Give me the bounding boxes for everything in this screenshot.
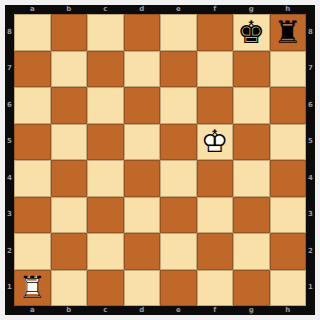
file-label: d xyxy=(124,306,161,315)
black-king-glyph: ♚ xyxy=(233,14,270,51)
square-e6[interactable] xyxy=(160,87,197,124)
square-c6[interactable] xyxy=(87,87,124,124)
square-h4[interactable] xyxy=(270,160,307,197)
file-label: c xyxy=(87,5,124,14)
rank-label: 4 xyxy=(306,160,315,197)
file-label: g xyxy=(233,5,270,14)
square-a7[interactable] xyxy=(14,51,51,88)
black-rook-glyph: ♜ xyxy=(270,14,307,51)
ranks-right: 87654321 xyxy=(306,14,315,306)
rank-label: 7 xyxy=(306,51,315,88)
rank-label: 8 xyxy=(5,14,14,51)
square-b4[interactable] xyxy=(51,160,88,197)
square-f8[interactable] xyxy=(197,14,234,51)
file-label: h xyxy=(270,5,307,14)
square-h6[interactable] xyxy=(270,87,307,124)
square-d8[interactable] xyxy=(124,14,161,51)
square-g5[interactable] xyxy=(233,124,270,161)
files-bottom: abcdefgh xyxy=(14,306,306,315)
square-c7[interactable] xyxy=(87,51,124,88)
square-d7[interactable] xyxy=(124,51,161,88)
black-rook[interactable]: ♜ xyxy=(270,14,307,51)
square-b5[interactable] xyxy=(51,124,88,161)
square-a6[interactable] xyxy=(14,87,51,124)
rank-label: 6 xyxy=(5,87,14,124)
rank-label: 2 xyxy=(5,233,14,270)
square-f2[interactable] xyxy=(197,233,234,270)
rank-label: 6 xyxy=(306,87,315,124)
square-f6[interactable] xyxy=(197,87,234,124)
square-c2[interactable] xyxy=(87,233,124,270)
square-d6[interactable] xyxy=(124,87,161,124)
rank-label: 2 xyxy=(306,233,315,270)
ranks-left: 87654321 xyxy=(5,14,14,306)
square-c3[interactable] xyxy=(87,197,124,234)
square-c5[interactable] xyxy=(87,124,124,161)
square-d5[interactable] xyxy=(124,124,161,161)
square-d3[interactable] xyxy=(124,197,161,234)
square-c8[interactable] xyxy=(87,14,124,51)
square-h3[interactable] xyxy=(270,197,307,234)
file-label: f xyxy=(197,306,234,315)
square-f4[interactable] xyxy=(197,160,234,197)
square-b1[interactable] xyxy=(51,270,88,307)
rank-label: 5 xyxy=(5,124,14,161)
square-f3[interactable] xyxy=(197,197,234,234)
files-top: abcdefgh xyxy=(14,5,306,14)
file-label: a xyxy=(14,5,51,14)
square-d2[interactable] xyxy=(124,233,161,270)
square-c1[interactable] xyxy=(87,270,124,307)
rank-label: 5 xyxy=(306,124,315,161)
square-a5[interactable] xyxy=(14,124,51,161)
square-g2[interactable] xyxy=(233,233,270,270)
square-e1[interactable] xyxy=(160,270,197,307)
rank-label: 3 xyxy=(5,197,14,234)
square-c4[interactable] xyxy=(87,160,124,197)
square-f7[interactable] xyxy=(197,51,234,88)
square-f5[interactable]: ♚♔ xyxy=(197,124,234,161)
square-a8[interactable] xyxy=(14,14,51,51)
square-e4[interactable] xyxy=(160,160,197,197)
square-b2[interactable] xyxy=(51,233,88,270)
file-label: e xyxy=(160,306,197,315)
rank-label: 7 xyxy=(5,51,14,88)
file-label: c xyxy=(87,306,124,315)
square-a1[interactable]: ♜♖ xyxy=(14,270,51,307)
rank-label: 3 xyxy=(306,197,315,234)
square-a3[interactable] xyxy=(14,197,51,234)
rank-label: 1 xyxy=(306,270,315,307)
board: ♚♜♚♔♜♖ xyxy=(14,14,306,306)
square-h8[interactable]: ♜ xyxy=(270,14,307,51)
file-label: a xyxy=(14,306,51,315)
white-rook[interactable]: ♜♖ xyxy=(14,270,51,307)
square-h7[interactable] xyxy=(270,51,307,88)
square-h2[interactable] xyxy=(270,233,307,270)
square-e2[interactable] xyxy=(160,233,197,270)
square-e7[interactable] xyxy=(160,51,197,88)
file-label: b xyxy=(51,306,88,315)
square-f1[interactable] xyxy=(197,270,234,307)
square-g1[interactable] xyxy=(233,270,270,307)
square-g4[interactable] xyxy=(233,160,270,197)
file-label: d xyxy=(124,5,161,14)
file-label: g xyxy=(233,306,270,315)
square-a2[interactable] xyxy=(14,233,51,270)
square-e5[interactable] xyxy=(160,124,197,161)
square-e3[interactable] xyxy=(160,197,197,234)
square-g3[interactable] xyxy=(233,197,270,234)
square-g7[interactable] xyxy=(233,51,270,88)
square-h1[interactable] xyxy=(270,270,307,307)
file-label: e xyxy=(160,5,197,14)
file-label: b xyxy=(51,5,88,14)
file-label: f xyxy=(197,5,234,14)
square-e8[interactable] xyxy=(160,14,197,51)
white-king-outline-glyph: ♔ xyxy=(197,124,234,161)
board-frame: abcdefgh abcdefgh 87654321 87654321 ♚♜♚♔… xyxy=(5,5,315,315)
square-g6[interactable] xyxy=(233,87,270,124)
rank-label: 8 xyxy=(306,14,315,51)
square-a4[interactable] xyxy=(14,160,51,197)
white-king[interactable]: ♚♔ xyxy=(197,124,234,161)
rank-label: 1 xyxy=(5,270,14,307)
square-g8[interactable]: ♚ xyxy=(233,14,270,51)
square-b8[interactable] xyxy=(51,14,88,51)
square-d1[interactable] xyxy=(124,270,161,307)
white-rook-outline-glyph: ♖ xyxy=(14,270,51,307)
square-h5[interactable] xyxy=(270,124,307,161)
file-label: h xyxy=(270,306,307,315)
square-b3[interactable] xyxy=(51,197,88,234)
black-king[interactable]: ♚ xyxy=(233,14,270,51)
rank-label: 4 xyxy=(5,160,14,197)
square-b7[interactable] xyxy=(51,51,88,88)
square-d4[interactable] xyxy=(124,160,161,197)
square-b6[interactable] xyxy=(51,87,88,124)
